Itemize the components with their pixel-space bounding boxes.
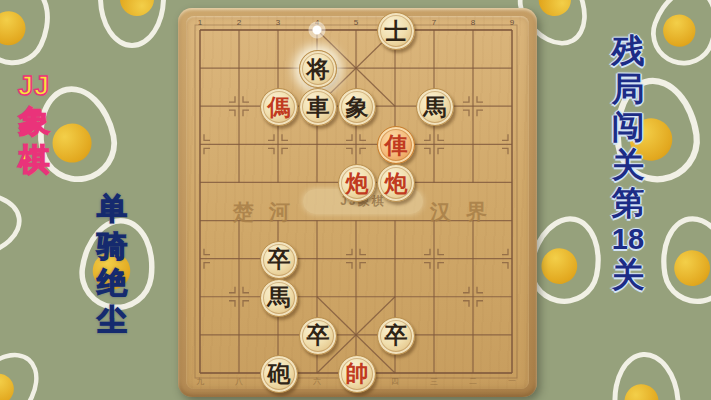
app-logo-latin: JJ (18, 72, 50, 100)
piece-black-advisor[interactable]: 士 (377, 12, 415, 50)
avocado-doodle (653, 210, 711, 309)
puzzle-name-label: 单骑绝尘 (90, 190, 134, 338)
file-label-bottom-6: 四 (391, 376, 399, 387)
piece-red-general[interactable]: 帥 (338, 355, 376, 393)
river-label-right: 汉界 (430, 198, 502, 226)
avocado-doodle (609, 350, 683, 400)
river-label-left: 楚河 (233, 198, 305, 226)
file-label-top-9: 9 (510, 18, 514, 27)
move-origin-marker (308, 21, 326, 39)
file-label-bottom-4: 六 (313, 376, 321, 387)
piece-black-elephant[interactable]: 象 (338, 88, 376, 126)
file-label-top-5: 5 (354, 18, 358, 27)
file-label-top-2: 2 (237, 18, 241, 27)
xiangqi-board-frame: 123456789九八七六五四三二一 楚河 汉界 JJ象棋 士将傌車象馬俥炮炮卒… (178, 8, 537, 397)
avocado-doodle (0, 185, 27, 262)
avocado-doodle (0, 338, 54, 400)
piece-black-horse[interactable]: 馬 (260, 279, 298, 317)
piece-black-soldier[interactable]: 卒 (299, 317, 337, 355)
file-label-top-7: 7 (432, 18, 436, 27)
piece-black-chariot[interactable]: 車 (299, 88, 337, 126)
piece-black-general[interactable]: 将 (299, 50, 337, 88)
stage-title: 残局闯关第 18 关 (602, 32, 654, 294)
stage-title-text: 残局闯关第 (612, 32, 645, 222)
stage-number: 18 (612, 222, 644, 256)
app-logo-cjk: 象棋 (19, 103, 50, 179)
piece-black-soldier[interactable]: 卒 (260, 241, 298, 279)
piece-black-soldier[interactable]: 卒 (377, 317, 415, 355)
file-label-top-8: 8 (471, 18, 475, 27)
piece-black-horse[interactable]: 馬 (416, 88, 454, 126)
app-logo: JJ 象棋 (10, 72, 58, 179)
file-label-bottom-1: 九 (196, 376, 204, 387)
piece-black-cannon[interactable]: 砲 (260, 355, 298, 393)
file-label-bottom-8: 二 (469, 376, 477, 387)
app-screen: JJ 象棋 单骑绝尘 残局闯关第 18 关 123456789九八七六五四三二一… (0, 0, 711, 400)
stage-title-suffix: 关 (612, 256, 645, 294)
file-label-bottom-2: 八 (235, 376, 243, 387)
file-label-bottom-9: 一 (508, 376, 516, 387)
file-label-bottom-7: 三 (430, 376, 438, 387)
file-label-top-3: 3 (276, 18, 280, 27)
file-label-top-1: 1 (198, 18, 202, 27)
piece-red-horse[interactable]: 傌 (260, 88, 298, 126)
avocado-doodle (98, 0, 166, 48)
avocado-doodle (0, 0, 65, 76)
